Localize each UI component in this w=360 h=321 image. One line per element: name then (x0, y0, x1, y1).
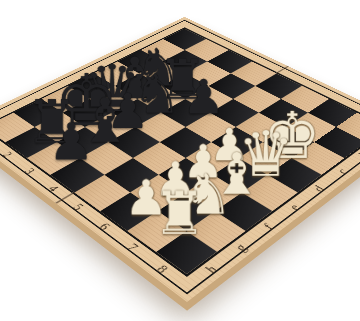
piece-black-pawn[interactable]: ♟ (48, 117, 86, 168)
photo-stage: abcdefgh♚♛♝♞♜8♟♟♟♟76♟5♜♞♟♝♟4♞♝♛♚♜321 (0, 0, 360, 321)
chess-board[interactable]: abcdefgh♚♛♝♞♜8♟♟♟♟76♟5♜♞♟♝♟4♞♝♛♚♜321 (0, 17, 360, 302)
piece-white-rook[interactable]: ♜ (153, 184, 195, 243)
board-scene: abcdefgh♚♛♝♞♜8♟♟♟♟76♟5♜♞♟♝♟4♞♝♛♚♜321 (0, 0, 360, 321)
piece-black-pawn[interactable]: ♟ (182, 74, 217, 121)
